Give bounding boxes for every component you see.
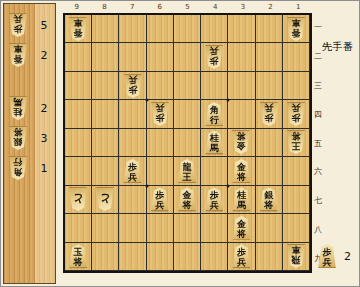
gote-captured-tray: 歩兵5香車2桂馬2銀将3角行1 [3,3,56,284]
cell-4八[interactable] [201,214,228,242]
gote-hand-count: 5 [36,19,52,32]
gote-hand-count: 1 [36,162,52,175]
cell-9五[interactable] [65,129,92,157]
cell-2三[interactable] [256,72,283,100]
cell-9四[interactable] [65,100,92,128]
cell-5五[interactable] [174,129,201,157]
file-label-3: 3 [229,2,257,12]
cell-5三[interactable] [174,72,201,100]
gote-hand-count: 2 [36,102,52,115]
cell-1一[interactable]: 香車 [283,15,310,43]
shogi-piece-P[interactable]: 歩兵 [123,159,143,183]
shogi-piece-G[interactable]: 金将 [231,216,251,240]
shogi-piece-+R[interactable]: 龍王 [177,159,197,183]
cell-1二[interactable] [283,43,310,71]
shogi-piece-s[interactable]: 銀将 [8,126,28,150]
cell-4三[interactable] [201,72,228,100]
cell-5六[interactable]: 龍王 [174,157,201,185]
cell-6六[interactable] [147,157,174,185]
rank-label-三: 三 [313,71,323,100]
cell-2七[interactable]: 銀将 [256,186,283,214]
cell-2二[interactable] [256,43,283,71]
cell-4七[interactable]: 歩兵 [201,186,228,214]
cell-4九[interactable] [201,243,228,271]
shogi-piece-P[interactable]: 歩兵 [204,187,224,211]
cell-8九[interactable] [92,243,119,271]
cell-3七[interactable]: 桂馬 [228,186,255,214]
shogi-piece-G[interactable]: 金将 [177,187,197,211]
file-label-9: 9 [63,2,91,12]
cell-8七[interactable]: と [92,186,119,214]
shogi-piece-G[interactable]: 金将 [231,159,251,183]
gote-hand-N[interactable]: 桂馬2 [8,95,52,121]
cell-2八[interactable] [256,214,283,242]
cell-9七[interactable]: と [65,186,92,214]
cell-2九[interactable] [256,243,283,271]
cell-5七[interactable]: 金将 [174,186,201,214]
file-labels: 987654321 [63,2,312,12]
cell-9九[interactable]: 玉将 [65,243,92,271]
shogi-piece-+p[interactable]: と [68,187,88,211]
shogi-board: 香車香車歩兵歩兵歩兵角行歩兵歩兵桂馬金将王将歩兵龍王金将とと歩兵金将歩兵桂馬銀将… [63,13,312,273]
cell-1九[interactable]: 飛車 [283,243,310,271]
cell-1四[interactable]: 歩兵 [283,100,310,128]
shogi-piece-P[interactable]: 歩兵 [231,244,251,268]
shogi-piece-N[interactable]: 桂馬 [231,187,251,211]
gote-hand-count: 2 [36,49,52,62]
cell-1八[interactable] [283,214,310,242]
cell-6五[interactable] [147,129,174,157]
cell-4一[interactable] [201,15,228,43]
cell-5四[interactable] [174,100,201,128]
shogi-piece-l[interactable]: 香車 [286,17,306,41]
cell-6四[interactable]: 歩兵 [147,100,174,128]
gote-hand-count: 3 [36,132,52,145]
star-point [227,99,230,102]
file-label-1: 1 [284,2,312,12]
star-point [145,99,148,102]
shogi-piece-l[interactable]: 香車 [8,43,28,67]
star-point [227,184,230,187]
cell-2一[interactable] [256,15,283,43]
shogi-piece-l[interactable]: 香車 [68,17,88,41]
cell-3五[interactable]: 金将 [228,129,255,157]
cell-9三[interactable] [65,72,92,100]
cell-7三[interactable]: 歩兵 [119,72,146,100]
shogi-piece-+p[interactable]: と [95,187,115,211]
shogi-piece-B[interactable]: 角行 [204,102,224,126]
rank-label-五: 五 [313,129,323,158]
sente-hand-count: 2 [344,250,351,263]
gote-hand-B[interactable]: 角行1 [8,155,52,181]
cell-9八[interactable] [65,214,92,242]
cell-7七[interactable] [119,186,146,214]
sente-captured-area: 歩兵2 [317,244,351,268]
cell-5一[interactable] [174,15,201,43]
file-label-4: 4 [201,2,229,12]
cell-4五[interactable]: 桂馬 [201,129,228,157]
rank-label-四: 四 [313,100,323,129]
cell-6一[interactable] [147,15,174,43]
shogi-piece-p[interactable]: 歩兵 [123,74,143,98]
file-label-8: 8 [91,2,119,12]
shogi-piece-p[interactable]: 歩兵 [204,45,224,69]
star-point [145,184,148,187]
shogi-piece-p[interactable]: 歩兵 [8,13,28,37]
gote-hand-L[interactable]: 香車2 [8,42,52,68]
cell-6八[interactable] [147,214,174,242]
shogi-piece-P[interactable]: 歩兵 [150,187,170,211]
shogi-piece-k[interactable]: 王将 [286,130,306,154]
cell-3一[interactable] [228,15,255,43]
shogi-piece-p[interactable]: 歩兵 [259,102,279,126]
cell-3六[interactable]: 金将 [228,157,255,185]
cell-8二[interactable] [92,43,119,71]
sente-hand-P[interactable]: 歩兵2 [317,244,351,268]
cell-9一[interactable]: 香車 [65,15,92,43]
cell-7六[interactable]: 歩兵 [119,157,146,185]
shogi-piece-n[interactable]: 桂馬 [8,96,28,120]
cell-8八[interactable] [92,214,119,242]
cell-5八[interactable] [174,214,201,242]
cell-1三[interactable] [283,72,310,100]
shogi-diagram: 歩兵5香車2桂馬2銀将3角行1 987654321 一二三四五六七八九 香車香車… [0,0,360,287]
file-label-7: 7 [118,2,146,12]
cell-7一[interactable] [119,15,146,43]
cell-8一[interactable] [92,15,119,43]
cell-3九[interactable]: 歩兵 [228,243,255,271]
file-label-2: 2 [257,2,285,12]
shogi-piece-S[interactable]: 銀将 [259,187,279,211]
cell-5九[interactable] [174,243,201,271]
cell-9二[interactable] [65,43,92,71]
cell-7四[interactable] [119,100,146,128]
gote-hand-S[interactable]: 銀将3 [8,125,52,151]
rank-label-八: 八 [313,215,323,244]
cell-6七[interactable]: 歩兵 [147,186,174,214]
cell-7五[interactable] [119,129,146,157]
file-label-5: 5 [174,2,202,12]
shogi-piece-K[interactable]: 玉将 [68,244,88,268]
cell-3二[interactable] [228,43,255,71]
file-label-6: 6 [146,2,174,12]
shogi-piece-b[interactable]: 角行 [8,156,28,180]
gote-hand-P[interactable]: 歩兵5 [8,12,52,38]
cell-6三[interactable] [147,72,174,100]
rank-label-七: 七 [313,186,323,215]
rank-label-一: 一 [313,13,323,42]
cell-4四[interactable]: 角行 [201,100,228,128]
shogi-piece-N[interactable]: 桂馬 [204,130,224,154]
cell-1七[interactable] [283,186,310,214]
shogi-piece-P[interactable]: 歩兵 [317,244,337,268]
cell-9六[interactable] [65,157,92,185]
cell-6九[interactable] [147,243,174,271]
cell-8三[interactable] [92,72,119,100]
shogi-piece-p[interactable]: 歩兵 [286,102,306,126]
cell-3三[interactable] [228,72,255,100]
cell-8六[interactable] [92,157,119,185]
cell-1五[interactable]: 王将 [283,129,310,157]
rank-label-六: 六 [313,157,323,186]
shogi-piece-p[interactable]: 歩兵 [150,102,170,126]
cell-8五[interactable] [92,129,119,157]
cell-2四[interactable]: 歩兵 [256,100,283,128]
shogi-piece-r[interactable]: 飛車 [286,244,306,268]
shogi-piece-g[interactable]: 金将 [231,130,251,154]
cell-4六[interactable] [201,157,228,185]
cell-6二[interactable] [147,43,174,71]
cell-4二[interactable]: 歩兵 [201,43,228,71]
cell-1六[interactable] [283,157,310,185]
cell-7九[interactable] [119,243,146,271]
cell-2五[interactable] [256,129,283,157]
cell-2六[interactable] [256,157,283,185]
cell-3四[interactable] [228,100,255,128]
cell-8四[interactable] [92,100,119,128]
turn-indicator: 先手番 [322,40,354,54]
cell-7二[interactable] [119,43,146,71]
cell-3八[interactable]: 金将 [228,214,255,242]
cell-7八[interactable] [119,214,146,242]
cell-5二[interactable] [174,43,201,71]
